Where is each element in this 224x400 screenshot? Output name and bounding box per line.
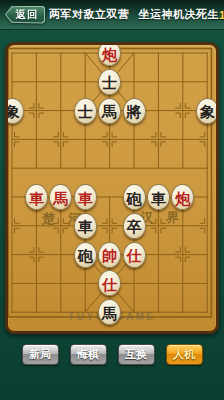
- piece-black-horse[interactable]: 馬: [98, 98, 121, 124]
- piece-red-horse[interactable]: 馬: [49, 184, 72, 210]
- puzzle-title-right: 坐运神机决死生: [139, 7, 220, 22]
- action-buttons: 新局 悔棋 互换 人机: [0, 344, 224, 365]
- top-bar: 返回 两军对敌立双营 坐运神机决死生 17:31:15: [0, 0, 224, 30]
- puzzle-title-left: 两军对敌立双营: [49, 7, 130, 22]
- piece-black-advisor[interactable]: 士: [98, 69, 121, 95]
- clock-timer: 17:31:15: [219, 9, 224, 21]
- piece-black-advisor[interactable]: 士: [74, 98, 97, 124]
- piece-red-chariot[interactable]: 車: [25, 184, 48, 210]
- piece-black-soldier[interactable]: 卒: [123, 213, 146, 239]
- new-game-button[interactable]: 新局: [22, 344, 59, 365]
- piece-black-horse[interactable]: 馬: [98, 299, 121, 325]
- vs-ai-button[interactable]: 人机: [166, 344, 203, 365]
- piece-black-chariot[interactable]: 車: [147, 184, 170, 210]
- xiangqi-board[interactable]: 楚河 汉界 TUYOUGAME 炮士象士馬將象車馬車砲車炮車卒砲帥仕仕馬: [5, 42, 219, 334]
- piece-black-general[interactable]: 將: [123, 98, 146, 124]
- back-button[interactable]: 返回: [5, 6, 45, 24]
- piece-red-advisor[interactable]: 仕: [123, 242, 146, 268]
- piece-black-chariot[interactable]: 車: [74, 213, 97, 239]
- swap-sides-button[interactable]: 互换: [118, 344, 155, 365]
- piece-red-cannon[interactable]: 炮: [171, 184, 194, 210]
- piece-black-cannon[interactable]: 砲: [74, 242, 97, 268]
- page-title: 两军对敌立双营 坐运神机决死生: [49, 7, 219, 22]
- piece-black-cannon[interactable]: 砲: [123, 184, 146, 210]
- undo-move-button[interactable]: 悔棋: [70, 344, 107, 365]
- piece-red-chariot[interactable]: 車: [74, 184, 97, 210]
- back-button-label: 返回: [12, 8, 39, 22]
- piece-red-general[interactable]: 帥: [98, 242, 121, 268]
- river-label-hanjie: 汉界: [139, 209, 192, 227]
- piece-black-elephant[interactable]: 象: [196, 98, 216, 124]
- app-screen: 返回 两军对敌立双营 坐运神机决死生 17:31:15 楚河 汉界 TUYOUG…: [0, 0, 224, 400]
